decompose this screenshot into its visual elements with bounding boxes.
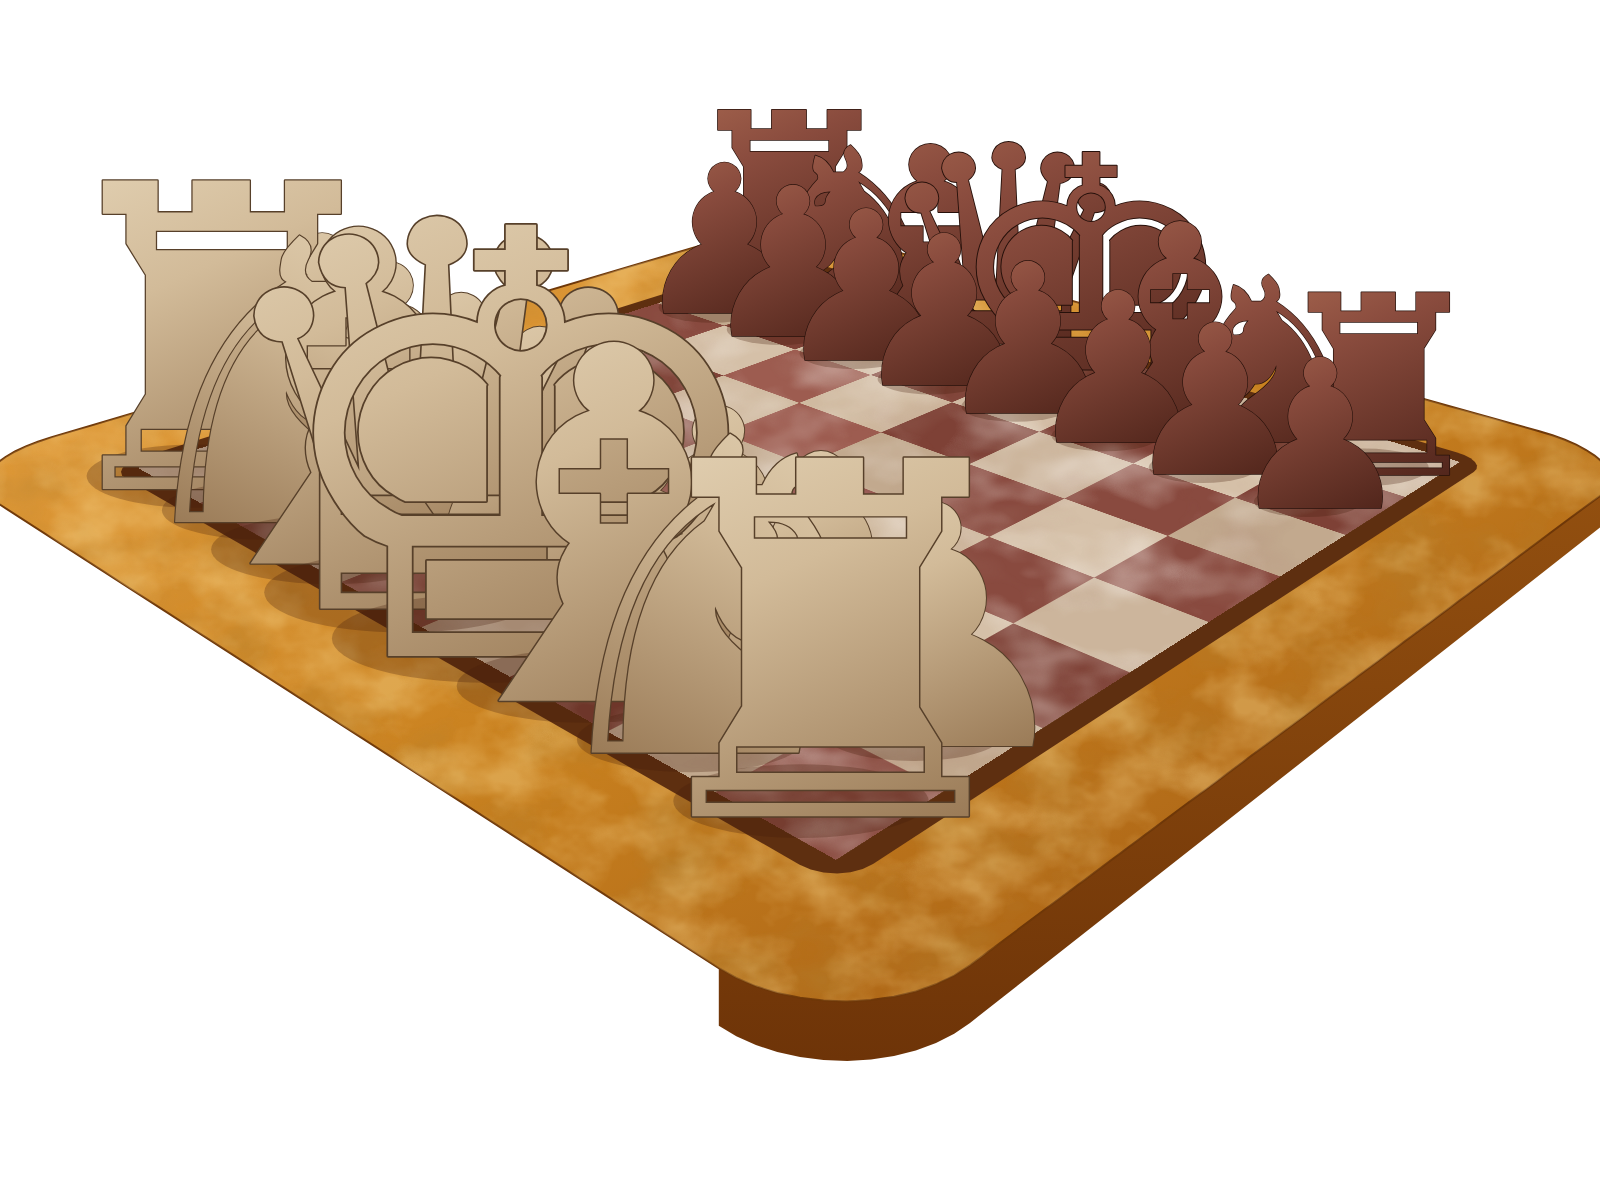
- pieces-layer: ♜♞♟♝♟♛♟♚♟♝♟♞♟♟♜♟♟♜♟♟♞♟♝♟♛♟♚♟♝♟♞♜: [0, 0, 1600, 1200]
- piece-glyph-pawn: ♟: [1227, 316, 1413, 557]
- piece-black-pawn-h7[interactable]: ♟: [1227, 316, 1413, 557]
- piece-glyph-rook: ♜: [610, 360, 1050, 932]
- piece-white-rook-h1[interactable]: ♜: [610, 360, 1050, 932]
- chess-scene: ♜♞♟♝♟♛♟♚♟♝♟♞♟♟♜♟♟♜♟♟♞♟♝♟♛♟♚♟♝♟♞♜: [0, 0, 1600, 1200]
